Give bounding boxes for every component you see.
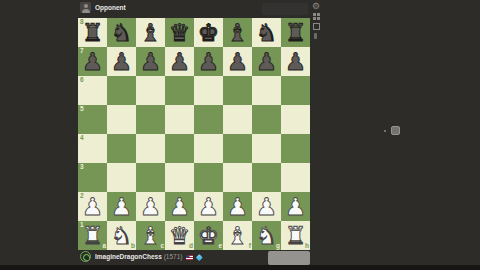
square-c8[interactable]: ♝ [136,18,165,47]
black-pawn[interactable]: ♟ [165,47,194,76]
white-pawn[interactable]: ♟ [78,192,107,221]
white-pawn[interactable]: ♟ [281,192,310,221]
square-a3[interactable]: 3 [78,163,107,192]
square-d8[interactable]: ♛ [165,18,194,47]
square-b6[interactable] [107,76,136,105]
panel-indicator-dot [384,130,386,132]
square-h4[interactable] [281,134,310,163]
square-c5[interactable] [136,105,165,134]
square-a8[interactable]: 8♜ [78,18,107,47]
white-rook[interactable]: ♜ [78,221,107,250]
focus-square-icon[interactable] [313,23,320,30]
square-g5[interactable] [252,105,281,134]
square-h8[interactable]: ♜ [281,18,310,47]
black-pawn[interactable]: ♟ [78,47,107,76]
panel-indicator-square[interactable] [391,126,400,135]
square-e2[interactable]: ♟ [194,192,223,221]
black-pawn[interactable]: ♟ [223,47,252,76]
black-rook[interactable]: ♜ [281,18,310,47]
square-d3[interactable] [165,163,194,192]
black-rook[interactable]: ♜ [78,18,107,47]
black-pawn[interactable]: ♟ [136,47,165,76]
square-g4[interactable] [252,134,281,163]
black-pawn[interactable]: ♟ [107,47,136,76]
square-h3[interactable] [281,163,310,192]
square-e6[interactable] [194,76,223,105]
square-d5[interactable] [165,105,194,134]
square-h5[interactable] [281,105,310,134]
square-b8[interactable]: ♞ [107,18,136,47]
black-knight[interactable]: ♞ [252,18,281,47]
bottom-strip [0,265,480,270]
square-d2[interactable]: ♟ [165,192,194,221]
player-name[interactable]: ImagineDragonChess (1571) [95,253,202,260]
square-g6[interactable] [252,76,281,105]
opponent-name[interactable]: Opponent [95,4,126,11]
square-h6[interactable] [281,76,310,105]
player-username[interactable]: ImagineDragonChess [95,253,162,260]
square-c2[interactable]: ♟ [136,192,165,221]
collapse-bar-icon[interactable] [314,33,317,39]
square-f8[interactable]: ♝ [223,18,252,47]
square-c1[interactable]: c♝ [136,221,165,250]
square-g2[interactable]: ♟ [252,192,281,221]
white-rook[interactable]: ♜ [281,221,310,250]
square-c7[interactable]: ♟ [136,47,165,76]
square-b1[interactable]: b♞ [107,221,136,250]
player-avatar[interactable] [80,251,91,262]
chess-board[interactable]: 8♜♞♝♛♚♝♞♜7♟♟♟♟♟♟♟♟65432♟♟♟♟♟♟♟♟1a♜b♞c♝d♛… [78,18,310,250]
square-b3[interactable] [107,163,136,192]
black-bishop[interactable]: ♝ [136,18,165,47]
black-knight[interactable]: ♞ [107,18,136,47]
player-rating: (1571) [164,253,183,260]
black-pawn[interactable]: ♟ [194,47,223,76]
white-pawn[interactable]: ♟ [252,192,281,221]
square-b5[interactable] [107,105,136,134]
square-d7[interactable]: ♟ [165,47,194,76]
settings-gear-icon[interactable]: ⚙ [312,2,322,11]
rank-label-4: 4 [80,135,84,142]
white-knight[interactable]: ♞ [252,221,281,250]
rank-label-3: 3 [80,164,84,171]
square-h2[interactable]: ♟ [281,192,310,221]
square-g7[interactable]: ♟ [252,47,281,76]
white-king[interactable]: ♚ [194,221,223,250]
square-d6[interactable] [165,76,194,105]
square-e8[interactable]: ♚ [194,18,223,47]
white-knight[interactable]: ♞ [107,221,136,250]
board-grid-icon[interactable] [313,13,320,20]
us-flag-icon [186,255,193,260]
square-f3[interactable] [223,163,252,192]
square-g3[interactable] [252,163,281,192]
white-pawn[interactable]: ♟ [107,192,136,221]
square-d4[interactable] [165,134,194,163]
square-a1[interactable]: 1a♜ [78,221,107,250]
opponent-clock [262,3,308,15]
opponent-bar: Opponent [78,2,310,16]
black-pawn[interactable]: ♟ [252,47,281,76]
player-clock [268,251,310,265]
player-bar: ImagineDragonChess (1571) [78,251,310,265]
black-pawn[interactable]: ♟ [281,47,310,76]
square-h7[interactable]: ♟ [281,47,310,76]
square-f4[interactable] [223,134,252,163]
square-b4[interactable] [107,134,136,163]
square-g1[interactable]: g♞ [252,221,281,250]
black-king[interactable]: ♚ [194,18,223,47]
black-queen[interactable]: ♛ [165,18,194,47]
square-e5[interactable] [194,105,223,134]
square-a5[interactable]: 5 [78,105,107,134]
square-f6[interactable] [223,76,252,105]
black-bishop[interactable]: ♝ [223,18,252,47]
square-f2[interactable]: ♟ [223,192,252,221]
person-avatar-icon [84,4,88,8]
white-bishop[interactable]: ♝ [223,221,252,250]
square-b7[interactable]: ♟ [107,47,136,76]
square-c4[interactable] [136,134,165,163]
square-b2[interactable]: ♟ [107,192,136,221]
rank-label-5: 5 [80,106,84,113]
square-a6[interactable]: 6 [78,76,107,105]
white-pawn[interactable]: ♟ [194,192,223,221]
square-e3[interactable] [194,163,223,192]
avatar-logo-icon [83,254,90,261]
square-f7[interactable]: ♟ [223,47,252,76]
square-e1[interactable]: e♚ [194,221,223,250]
square-e7[interactable]: ♟ [194,47,223,76]
square-d1[interactable]: d♛ [165,221,194,250]
opponent-avatar[interactable] [80,2,91,13]
square-c3[interactable] [136,163,165,192]
square-f5[interactable] [223,105,252,134]
square-h1[interactable]: h♜ [281,221,310,250]
white-queen[interactable]: ♛ [165,221,194,250]
board-controls: ⚙ [312,2,322,39]
white-bishop[interactable]: ♝ [136,221,165,250]
square-a7[interactable]: 7♟ [78,47,107,76]
square-e4[interactable] [194,134,223,163]
rank-label-6: 6 [80,77,84,84]
white-pawn[interactable]: ♟ [165,192,194,221]
white-pawn[interactable]: ♟ [223,192,252,221]
white-pawn[interactable]: ♟ [136,192,165,221]
square-a4[interactable]: 4 [78,134,107,163]
square-f1[interactable]: f♝ [223,221,252,250]
diamond-membership-icon [196,254,202,260]
square-a2[interactable]: 2♟ [78,192,107,221]
square-g8[interactable]: ♞ [252,18,281,47]
square-c6[interactable] [136,76,165,105]
